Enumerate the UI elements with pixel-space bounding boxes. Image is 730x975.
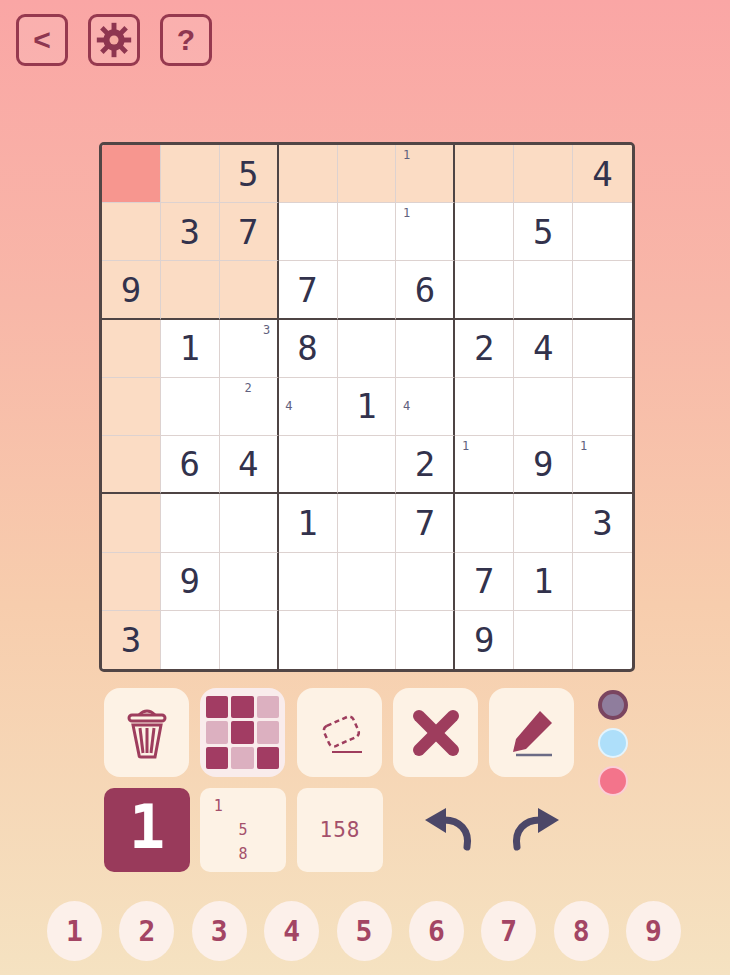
board-cell-r4c9[interactable] (573, 320, 632, 378)
cell-digit: 3 (592, 506, 612, 540)
board-cell-r7c8[interactable] (514, 494, 573, 552)
board-cell-r2c1[interactable] (102, 203, 161, 261)
cell-digit: 1 (180, 331, 200, 365)
cell-digit: 3 (121, 623, 141, 657)
board-cell-r8c8[interactable]: 1 (514, 553, 573, 611)
board-cell-r3c6[interactable]: 6 (396, 261, 455, 319)
board-cell-r7c7[interactable] (455, 494, 514, 552)
candidate-digit: 1 (456, 437, 475, 455)
numpad-digit: 2 (138, 915, 155, 948)
board-cell-r5c1[interactable] (102, 378, 161, 436)
candidate-digit: 3 (257, 321, 275, 339)
numpad-digit: 4 (283, 915, 300, 948)
cell-digit: 4 (238, 447, 258, 481)
cell-candidates: 1 (456, 437, 512, 491)
board-cell-r2c2[interactable]: 3 (161, 203, 220, 261)
eraser-button[interactable] (297, 688, 382, 777)
counter-button[interactable]: 158 (297, 788, 383, 872)
board-cell-r8c4[interactable] (279, 553, 338, 611)
board-cell-r8c2[interactable]: 9 (161, 553, 220, 611)
board-cell-r3c2[interactable] (161, 261, 220, 319)
x-icon (410, 707, 462, 759)
numpad-8[interactable]: 8 (554, 901, 609, 961)
settings-button[interactable] (88, 14, 140, 66)
board-cell-r5c4[interactable]: 4 (279, 378, 338, 436)
board-cell-r6c8[interactable]: 9 (514, 436, 573, 494)
numpad-4[interactable]: 4 (264, 901, 319, 961)
board-cell-r1c4[interactable] (279, 145, 338, 203)
gear-icon (96, 22, 132, 58)
board-cell-r8c7[interactable]: 7 (455, 553, 514, 611)
board-cell-r8c3[interactable] (220, 553, 279, 611)
board-cell-r1c9[interactable]: 4 (573, 145, 632, 203)
board-cell-r7c1[interactable] (102, 494, 161, 552)
pencil-button[interactable] (489, 688, 574, 777)
board-cell-r5c9[interactable] (573, 378, 632, 436)
numpad: 123456789 (47, 901, 681, 961)
cell-digit: 6 (180, 447, 200, 481)
board-cell-r4c2[interactable]: 1 (161, 320, 220, 378)
cell-candidates: 1 (574, 437, 631, 491)
board-cell-r2c3[interactable]: 7 (220, 203, 279, 261)
cell-digit: 2 (415, 447, 435, 481)
sudoku-board: 514371597613824241464219117397139 (99, 142, 635, 672)
board-cell-r7c9[interactable]: 3 (573, 494, 632, 552)
redo-button[interactable] (506, 804, 562, 854)
board-cell-r6c3[interactable]: 4 (220, 436, 279, 494)
sudoku-app: < ? 514371597613824241464 (0, 0, 730, 975)
board-cell-r8c9[interactable] (573, 553, 632, 611)
help-button[interactable]: ? (160, 14, 212, 66)
question-mark-icon: ? (177, 25, 195, 55)
candidate-digit: 1 (397, 146, 415, 164)
numpad-9[interactable]: 9 (626, 901, 681, 961)
board-cell-r9c4[interactable] (279, 611, 338, 669)
board-cell-r9c5[interactable] (338, 611, 397, 669)
board-cell-r2c6[interactable]: 1 (396, 203, 455, 261)
cell-digit: 4 (592, 157, 612, 191)
board-cell-r9c6[interactable] (396, 611, 455, 669)
numpad-5[interactable]: 5 (337, 901, 392, 961)
cell-digit: 7 (238, 215, 258, 249)
undo-button[interactable] (422, 804, 478, 854)
back-button[interactable]: < (16, 14, 68, 66)
board-cell-r2c9[interactable] (573, 203, 632, 261)
board-cell-r4c7[interactable]: 2 (455, 320, 514, 378)
cell-digit: 1 (297, 506, 317, 540)
cell-digit: 3 (180, 215, 200, 249)
board-cell-r3c5[interactable] (338, 261, 397, 319)
cell-candidates: 4 (280, 379, 336, 434)
numpad-digit: 6 (428, 915, 445, 948)
board-cell-r4c1[interactable] (102, 320, 161, 378)
board-cell-r4c3[interactable]: 3 (220, 320, 279, 378)
board-cell-r1c7[interactable] (455, 145, 514, 203)
board-cell-r9c7[interactable]: 9 (455, 611, 514, 669)
board-cell-r5c5[interactable]: 1 (338, 378, 397, 436)
cell-candidates: 4 (397, 379, 452, 434)
numpad-6[interactable]: 6 (409, 901, 464, 961)
numpad-digit: 3 (211, 915, 228, 948)
board-cell-r7c2[interactable] (161, 494, 220, 552)
board-cell-r7c4[interactable]: 1 (279, 494, 338, 552)
board-cell-r3c9[interactable] (573, 261, 632, 319)
cell-digit: 7 (415, 506, 435, 540)
cell-digit: 9 (474, 623, 494, 657)
cell-candidates: 1 (397, 204, 452, 259)
pencil-color-blue[interactable] (598, 728, 628, 758)
cell-digit: 9 (533, 447, 553, 481)
candidate-digit: 2 (239, 379, 257, 397)
cell-digit: 6 (415, 273, 435, 307)
board-cell-r7c6[interactable]: 7 (396, 494, 455, 552)
candidate-preview-button[interactable]: 158 (200, 788, 286, 872)
candidate-digit: 4 (280, 397, 299, 415)
numpad-1[interactable]: 1 (47, 901, 102, 961)
board-cell-r5c2[interactable] (161, 378, 220, 436)
board-cell-r4c6[interactable] (396, 320, 455, 378)
board-cell-r8c1[interactable] (102, 553, 161, 611)
board-cell-r9c2[interactable] (161, 611, 220, 669)
board-cell-r1c6[interactable]: 1 (396, 145, 455, 203)
candidate-preview-grid: 158 (206, 794, 280, 866)
board-cell-r7c5[interactable] (338, 494, 397, 552)
board-cell-r6c2[interactable]: 6 (161, 436, 220, 494)
numpad-digit: 5 (356, 915, 373, 948)
board-cell-r4c4[interactable]: 8 (279, 320, 338, 378)
cell-candidates: 1 (397, 146, 452, 201)
cell-digit: 9 (121, 273, 141, 307)
board-cell-r6c5[interactable] (338, 436, 397, 494)
board-cell-r3c1[interactable]: 9 (102, 261, 161, 319)
numpad-3[interactable]: 3 (192, 901, 247, 961)
selected-number-button[interactable]: 1 (104, 788, 190, 872)
board-cell-r2c5[interactable] (338, 203, 397, 261)
cell-digit: 2 (474, 331, 494, 365)
board-cell-r3c8[interactable] (514, 261, 573, 319)
delete-button[interactable] (104, 688, 189, 777)
board-cell-r4c5[interactable] (338, 320, 397, 378)
board-cell-r6c6[interactable]: 2 (396, 436, 455, 494)
candidate-digit: 4 (397, 397, 415, 415)
board-cell-r1c2[interactable] (161, 145, 220, 203)
board-cell-r1c8[interactable] (514, 145, 573, 203)
pencil-color-purple[interactable] (598, 690, 628, 720)
candidate-digit: 1 (574, 437, 593, 455)
pencil-color-red[interactable] (598, 766, 628, 796)
board-cell-r9c3[interactable] (220, 611, 279, 669)
board-cell-r3c7[interactable] (455, 261, 514, 319)
board-cell-r9c9[interactable] (573, 611, 632, 669)
clear-button[interactable] (393, 688, 478, 777)
board-cell-r8c5[interactable] (338, 553, 397, 611)
board-cell-r9c8[interactable] (514, 611, 573, 669)
board-cell-r9c1[interactable]: 3 (102, 611, 161, 669)
preview-candidate-digit: 8 (231, 842, 256, 866)
board-cell-r6c9[interactable]: 1 (573, 436, 632, 494)
board-cell-r1c1[interactable] (102, 145, 161, 203)
color-grid-icon (206, 696, 279, 769)
board-cell-r3c4[interactable]: 7 (279, 261, 338, 319)
pencil-icon (504, 705, 560, 761)
board-cell-r3c3[interactable] (220, 261, 279, 319)
cell-digit: 8 (297, 331, 317, 365)
back-chevron-icon: < (33, 25, 51, 55)
preview-candidate-digit: 1 (206, 794, 231, 818)
cell-digit: 5 (533, 215, 553, 249)
board-cell-r2c4[interactable] (279, 203, 338, 261)
board-cell-r2c8[interactable]: 5 (514, 203, 573, 261)
board-cell-r1c3[interactable]: 5 (220, 145, 279, 203)
preview-candidate-digit: 5 (231, 818, 256, 842)
board-cell-r5c3[interactable]: 2 (220, 378, 279, 436)
numpad-2[interactable]: 2 (119, 901, 174, 961)
cell-digit: 4 (533, 331, 553, 365)
cell-digit: 9 (180, 564, 200, 598)
selected-number-label: 1 (129, 797, 165, 857)
cell-digit: 7 (297, 273, 317, 307)
board-cell-r2c7[interactable] (455, 203, 514, 261)
board-cell-r5c8[interactable] (514, 378, 573, 436)
board-cell-r7c3[interactable] (220, 494, 279, 552)
board-cell-r5c7[interactable] (455, 378, 514, 436)
undo-arrow-icon (422, 804, 478, 854)
numpad-digit: 1 (66, 915, 83, 948)
cell-digit: 5 (238, 157, 258, 191)
board-cell-r8c6[interactable] (396, 553, 455, 611)
board-cell-r6c4[interactable] (279, 436, 338, 494)
eraser-icon (312, 705, 368, 761)
redo-arrow-icon (506, 804, 562, 854)
numpad-digit: 7 (500, 915, 517, 948)
board-cell-r5c6[interactable]: 4 (396, 378, 455, 436)
numpad-7[interactable]: 7 (481, 901, 536, 961)
cell-candidates: 3 (221, 321, 276, 376)
board-cell-r6c7[interactable]: 1 (455, 436, 514, 494)
cell-candidates: 2 (221, 379, 276, 434)
numpad-digit: 8 (573, 915, 590, 948)
board-cell-r4c8[interactable]: 4 (514, 320, 573, 378)
counter-label: 158 (320, 818, 361, 842)
board-cell-r6c1[interactable] (102, 436, 161, 494)
color-blocks-button[interactable] (200, 688, 285, 777)
cell-digit: 1 (533, 564, 553, 598)
cell-digit: 1 (356, 389, 376, 423)
trash-icon (123, 706, 171, 760)
numpad-digit: 9 (645, 915, 662, 948)
board-cell-r1c5[interactable] (338, 145, 397, 203)
candidate-digit: 1 (397, 204, 415, 222)
cell-digit: 7 (474, 564, 494, 598)
